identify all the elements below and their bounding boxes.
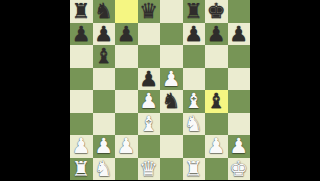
chess-board: ♜♞♛♜♚♟♟♟♟♟♟♝♟♟♟♞♝♝♝♞♟♟♟♟♟♜♞♛♜♚: [70, 0, 250, 180]
white-bishop[interactable]: ♝: [184, 90, 203, 112]
white-pawn[interactable]: ♟: [72, 135, 91, 157]
square-e4[interactable]: ♞: [160, 90, 183, 113]
square-e6[interactable]: [160, 45, 183, 68]
square-f1[interactable]: ♜: [183, 158, 206, 181]
white-knight[interactable]: ♞: [184, 113, 203, 135]
white-queen[interactable]: ♛: [139, 158, 158, 180]
black-pawn[interactable]: ♟: [207, 23, 226, 45]
square-a1[interactable]: ♜: [70, 158, 93, 181]
black-rook[interactable]: ♜: [184, 0, 203, 22]
white-rook[interactable]: ♜: [184, 158, 203, 180]
square-b7[interactable]: ♟: [93, 23, 116, 46]
square-a5[interactable]: [70, 68, 93, 91]
white-pawn[interactable]: ♟: [94, 135, 113, 157]
square-b8[interactable]: ♞: [93, 0, 116, 23]
square-a8[interactable]: ♜: [70, 0, 93, 23]
square-g7[interactable]: ♟: [205, 23, 228, 46]
square-c7[interactable]: ♟: [115, 23, 138, 46]
square-b1[interactable]: ♞: [93, 158, 116, 181]
square-h1[interactable]: ♚: [228, 158, 251, 181]
square-g8[interactable]: ♚: [205, 0, 228, 23]
square-b4[interactable]: [93, 90, 116, 113]
square-g3[interactable]: [205, 113, 228, 136]
black-bishop[interactable]: ♝: [207, 90, 226, 112]
square-c3[interactable]: [115, 113, 138, 136]
black-pawn[interactable]: ♟: [94, 23, 113, 45]
square-e8[interactable]: [160, 0, 183, 23]
square-h2[interactable]: ♟: [228, 135, 251, 158]
square-h7[interactable]: ♟: [228, 23, 251, 46]
black-bishop[interactable]: ♝: [94, 45, 113, 67]
black-knight[interactable]: ♞: [162, 90, 181, 112]
square-f8[interactable]: ♜: [183, 0, 206, 23]
square-g1[interactable]: [205, 158, 228, 181]
square-g5[interactable]: [205, 68, 228, 91]
square-e2[interactable]: [160, 135, 183, 158]
square-c6[interactable]: [115, 45, 138, 68]
square-f7[interactable]: ♟: [183, 23, 206, 46]
black-pawn[interactable]: ♟: [117, 23, 136, 45]
square-f3[interactable]: ♞: [183, 113, 206, 136]
square-c4[interactable]: [115, 90, 138, 113]
video-frame: ♜♞♛♜♚♟♟♟♟♟♟♝♟♟♟♞♝♝♝♞♟♟♟♟♟♜♞♛♜♚: [0, 0, 320, 180]
square-d5[interactable]: ♟: [138, 68, 161, 91]
square-h6[interactable]: [228, 45, 251, 68]
white-bishop[interactable]: ♝: [139, 113, 158, 135]
white-knight[interactable]: ♞: [94, 158, 113, 180]
letterbox-bar-right: [250, 0, 320, 180]
square-e7[interactable]: [160, 23, 183, 46]
square-d7[interactable]: [138, 23, 161, 46]
square-b6[interactable]: ♝: [93, 45, 116, 68]
square-d6[interactable]: [138, 45, 161, 68]
square-b5[interactable]: [93, 68, 116, 91]
white-pawn[interactable]: ♟: [162, 68, 181, 90]
square-h8[interactable]: [228, 0, 251, 23]
square-a6[interactable]: [70, 45, 93, 68]
black-knight[interactable]: ♞: [94, 0, 113, 22]
square-d8[interactable]: ♛: [138, 0, 161, 23]
black-pawn[interactable]: ♟: [229, 23, 248, 45]
black-pawn[interactable]: ♟: [184, 23, 203, 45]
square-e3[interactable]: [160, 113, 183, 136]
white-pawn[interactable]: ♟: [117, 135, 136, 157]
square-c8[interactable]: [115, 0, 138, 23]
square-d3[interactable]: ♝: [138, 113, 161, 136]
square-c2[interactable]: ♟: [115, 135, 138, 158]
square-f5[interactable]: [183, 68, 206, 91]
black-queen[interactable]: ♛: [139, 0, 158, 22]
square-c1[interactable]: [115, 158, 138, 181]
square-f4[interactable]: ♝: [183, 90, 206, 113]
square-a3[interactable]: [70, 113, 93, 136]
square-a2[interactable]: ♟: [70, 135, 93, 158]
square-g6[interactable]: [205, 45, 228, 68]
white-pawn[interactable]: ♟: [229, 135, 248, 157]
letterbox-bar-left: [0, 0, 70, 180]
white-king[interactable]: ♚: [229, 158, 248, 180]
square-d1[interactable]: ♛: [138, 158, 161, 181]
white-pawn[interactable]: ♟: [207, 135, 226, 157]
square-a7[interactable]: ♟: [70, 23, 93, 46]
black-king[interactable]: ♚: [207, 0, 226, 22]
square-g4[interactable]: ♝: [205, 90, 228, 113]
square-f6[interactable]: [183, 45, 206, 68]
square-e1[interactable]: [160, 158, 183, 181]
square-h3[interactable]: [228, 113, 251, 136]
square-d2[interactable]: [138, 135, 161, 158]
square-c5[interactable]: [115, 68, 138, 91]
square-b3[interactable]: [93, 113, 116, 136]
black-rook[interactable]: ♜: [72, 0, 91, 22]
black-pawn[interactable]: ♟: [139, 68, 158, 90]
square-h5[interactable]: [228, 68, 251, 91]
square-e5[interactable]: ♟: [160, 68, 183, 91]
square-g2[interactable]: ♟: [205, 135, 228, 158]
square-f2[interactable]: [183, 135, 206, 158]
square-h4[interactable]: [228, 90, 251, 113]
square-b2[interactable]: ♟: [93, 135, 116, 158]
white-pawn[interactable]: ♟: [139, 90, 158, 112]
square-d4[interactable]: ♟: [138, 90, 161, 113]
black-pawn[interactable]: ♟: [72, 23, 91, 45]
white-rook[interactable]: ♜: [72, 158, 91, 180]
square-a4[interactable]: [70, 90, 93, 113]
